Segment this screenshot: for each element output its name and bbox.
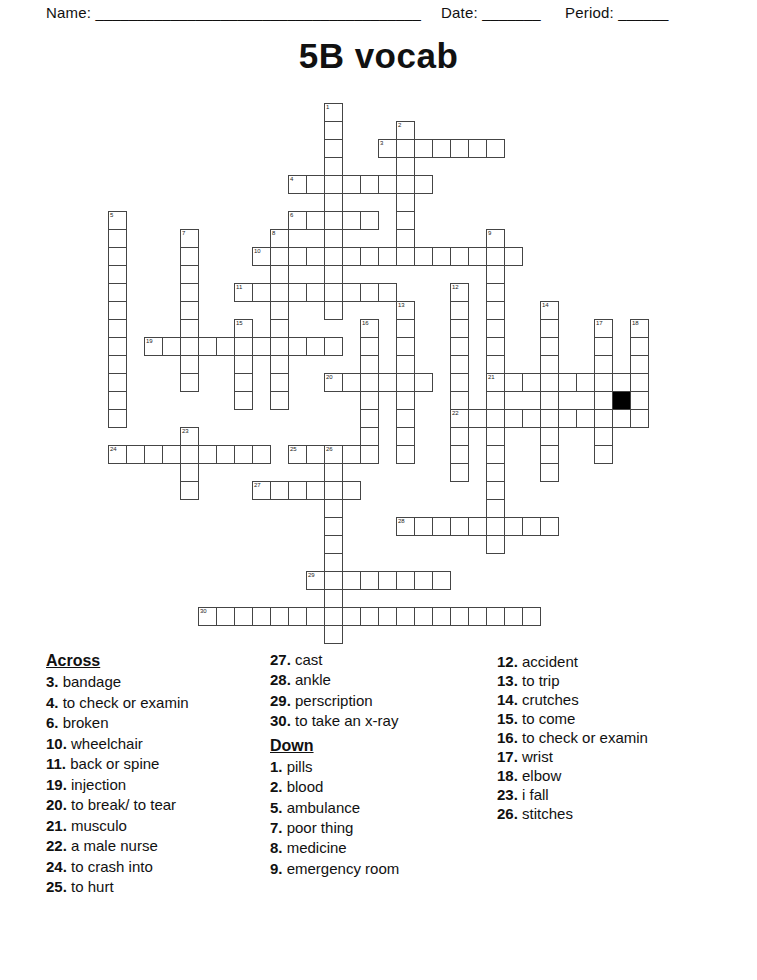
cell-r12c29[interactable]: 18: [630, 319, 649, 338]
cell-r19c3[interactable]: [162, 445, 181, 464]
cell-r15c0[interactable]: [108, 373, 127, 392]
cell-r28c13[interactable]: [342, 607, 361, 626]
cell-r11c0[interactable]: [108, 301, 127, 320]
cell-r17c16[interactable]: [396, 409, 415, 428]
cell-number-7: 7: [182, 230, 185, 237]
cell-r14c27[interactable]: [594, 355, 613, 374]
cell-r29c12[interactable]: [324, 625, 343, 644]
cell-r15c29[interactable]: [630, 373, 649, 392]
cell-r13c24[interactable]: [540, 337, 559, 356]
cell-r13c8[interactable]: [252, 337, 271, 356]
cell-r28c15[interactable]: [378, 607, 397, 626]
cell-r16c19[interactable]: [450, 391, 469, 410]
cell-r10c21[interactable]: [486, 283, 505, 302]
cell-r17c22[interactable]: [504, 409, 523, 428]
cell-r28c11[interactable]: [306, 607, 325, 626]
cell-r15c12[interactable]: 20: [324, 373, 343, 392]
cell-r23c22[interactable]: [504, 517, 523, 536]
cell-r19c11[interactable]: [306, 445, 325, 464]
cell-r15c24[interactable]: [540, 373, 559, 392]
cell-r28c17[interactable]: [414, 607, 433, 626]
cell-r2c16[interactable]: [396, 139, 415, 158]
cell-r19c13[interactable]: [342, 445, 361, 464]
cell-r23c20[interactable]: [468, 517, 487, 536]
cell-r28c5[interactable]: 30: [198, 607, 217, 626]
cell-r8c9[interactable]: [270, 247, 289, 266]
cell-r19c12[interactable]: 26: [324, 445, 343, 464]
cell-r23c16[interactable]: 28: [396, 517, 415, 536]
cell-r4c15[interactable]: [378, 175, 397, 194]
cell-r21c9[interactable]: [270, 481, 289, 500]
cell-number-18: 18: [632, 320, 639, 327]
cell-number-19: 19: [146, 338, 153, 345]
cell-number-22: 22: [452, 410, 459, 417]
cell-r13c27[interactable]: [594, 337, 613, 356]
cell-r8c12[interactable]: [324, 247, 343, 266]
cell-r2c20[interactable]: [468, 139, 487, 158]
cell-r6c14[interactable]: [360, 211, 379, 230]
cell-r8c0[interactable]: [108, 247, 127, 266]
cell-r3c16[interactable]: [396, 157, 415, 176]
cell-r10c15[interactable]: [378, 283, 397, 302]
cell-r12c7[interactable]: 15: [234, 319, 253, 338]
cell-r7c9[interactable]: 8: [270, 229, 289, 248]
cell-r10c14[interactable]: [360, 283, 379, 302]
cell-r7c12[interactable]: [324, 229, 343, 248]
down-clue-text-26: stitches: [518, 805, 573, 822]
cell-r19c5[interactable]: [198, 445, 217, 464]
cell-r13c7[interactable]: [234, 337, 253, 356]
down-clue-2: 2. blood: [270, 777, 494, 797]
cell-r2c18[interactable]: [432, 139, 451, 158]
cell-r26c13[interactable]: [342, 571, 361, 590]
cell-r16c21[interactable]: [486, 391, 505, 410]
cell-r15c17[interactable]: [414, 373, 433, 392]
cell-r8c18[interactable]: [432, 247, 451, 266]
cell-number-30: 30: [200, 608, 207, 615]
across-clue-22: 22. a male nurse: [46, 836, 268, 857]
cell-r19c10[interactable]: 25: [288, 445, 307, 464]
cell-r21c8[interactable]: 27: [252, 481, 271, 500]
cell-r4c13[interactable]: [342, 175, 361, 194]
cell-r12c9[interactable]: [270, 319, 289, 338]
down-clue-text-9: emergency room: [283, 860, 400, 877]
cell-r8c22[interactable]: [504, 247, 523, 266]
cell-r28c22[interactable]: [504, 607, 523, 626]
cell-r15c23[interactable]: [522, 373, 541, 392]
cell-r21c21[interactable]: [486, 481, 505, 500]
cell-r23c19[interactable]: [450, 517, 469, 536]
cell-r12c19[interactable]: [450, 319, 469, 338]
cell-r15c26[interactable]: [576, 373, 595, 392]
cell-r17c28[interactable]: [612, 409, 631, 428]
cell-r8c14[interactable]: [360, 247, 379, 266]
cell-r12c21[interactable]: [486, 319, 505, 338]
cell-r4c12[interactable]: [324, 175, 343, 194]
cell-r2c12[interactable]: [324, 139, 343, 158]
cell-r7c16[interactable]: [396, 229, 415, 248]
cell-r18c19[interactable]: [450, 427, 469, 446]
cell-r13c14[interactable]: [360, 337, 379, 356]
cell-r18c21[interactable]: [486, 427, 505, 446]
down-clue-text-5: ambulance: [283, 799, 361, 816]
cell-r17c0[interactable]: [108, 409, 127, 428]
cell-r13c6[interactable]: [216, 337, 235, 356]
cell-r28c14[interactable]: [360, 607, 379, 626]
cell-r8c16[interactable]: [396, 247, 415, 266]
across-clue-text-19: injection: [67, 776, 126, 793]
cell-r17c19[interactable]: 22: [450, 409, 469, 428]
cell-r7c0[interactable]: [108, 229, 127, 248]
cell-number-13: 13: [398, 302, 405, 309]
cell-r13c0[interactable]: [108, 337, 127, 356]
cell-r11c21[interactable]: [486, 301, 505, 320]
cell-r28c18[interactable]: [432, 607, 451, 626]
puzzle-title: 5B vocab: [0, 36, 757, 76]
cell-r9c12[interactable]: [324, 265, 343, 284]
cell-r28c6[interactable]: [216, 607, 235, 626]
cell-r16c9[interactable]: [270, 391, 289, 410]
down-clue-number-26: 26.: [497, 805, 518, 822]
cell-r1c16[interactable]: 2: [396, 121, 415, 140]
cell-r15c16[interactable]: [396, 373, 415, 392]
date-field: Date: _______: [441, 4, 541, 21]
cell-r12c16[interactable]: [396, 319, 415, 338]
cell-r19c21[interactable]: [486, 445, 505, 464]
cell-r6c13[interactable]: [342, 211, 361, 230]
cell-number-4: 4: [290, 176, 293, 183]
cell-r12c24[interactable]: [540, 319, 559, 338]
cell-number-29: 29: [308, 572, 315, 579]
down-clue-text-8: medicine: [283, 839, 347, 856]
cell-r13c3[interactable]: [162, 337, 181, 356]
cell-r17c26[interactable]: [576, 409, 595, 428]
across-clue-number-4: 4.: [46, 694, 59, 711]
cell-r26c15[interactable]: [378, 571, 397, 590]
cell-r13c21[interactable]: [486, 337, 505, 356]
cell-number-14: 14: [542, 302, 549, 309]
cell-r5c12[interactable]: [324, 193, 343, 212]
cell-r10c11[interactable]: [306, 283, 325, 302]
cell-r6c11[interactable]: [306, 211, 325, 230]
cell-r28c9[interactable]: [270, 607, 289, 626]
cell-r6c10[interactable]: 6: [288, 211, 307, 230]
cell-r27c12[interactable]: [324, 589, 343, 608]
across-clue-4: 4. to check or examin: [46, 693, 268, 714]
cell-r16c14[interactable]: [360, 391, 379, 410]
cell-r1c12[interactable]: [324, 121, 343, 140]
cell-r19c27[interactable]: [594, 445, 613, 464]
cell-r16c27[interactable]: [594, 391, 613, 410]
cell-r11c4[interactable]: [180, 301, 199, 320]
cell-r15c19[interactable]: [450, 373, 469, 392]
cell-r23c18[interactable]: [432, 517, 451, 536]
cell-r28c23[interactable]: [522, 607, 541, 626]
date-label: Date:: [441, 4, 478, 21]
cell-r19c0[interactable]: 24: [108, 445, 127, 464]
down-clue-number-2: 2.: [270, 778, 283, 795]
cell-r21c13[interactable]: [342, 481, 361, 500]
cell-r26c11[interactable]: 29: [306, 571, 325, 590]
cell-r26c12[interactable]: [324, 571, 343, 590]
cell-r8c13[interactable]: [342, 247, 361, 266]
cell-r2c19[interactable]: [450, 139, 469, 158]
cell-r6c0[interactable]: 5: [108, 211, 127, 230]
cell-r25c12[interactable]: [324, 553, 343, 572]
cell-r23c24[interactable]: [540, 517, 559, 536]
cell-r11c9[interactable]: [270, 301, 289, 320]
cell-r18c14[interactable]: [360, 427, 379, 446]
cell-number-28: 28: [398, 518, 405, 525]
cell-r15c14[interactable]: [360, 373, 379, 392]
cell-r14c0[interactable]: [108, 355, 127, 374]
cell-r12c0[interactable]: [108, 319, 127, 338]
across-clue-text-4: to check or examin: [59, 694, 189, 711]
cell-r16c7[interactable]: [234, 391, 253, 410]
cell-r4c11[interactable]: [306, 175, 325, 194]
down-clue-number-13: 13.: [497, 672, 518, 689]
cell-r22c21[interactable]: [486, 499, 505, 518]
cell-r28c8[interactable]: [252, 607, 271, 626]
cell-r15c27[interactable]: [594, 373, 613, 392]
cell-r19c4[interactable]: [180, 445, 199, 464]
across-heading: Across: [46, 650, 268, 672]
cell-r18c16[interactable]: [396, 427, 415, 446]
cell-r10c10[interactable]: [288, 283, 307, 302]
cell-r17c25[interactable]: [558, 409, 577, 428]
cell-number-2: 2: [398, 122, 401, 129]
cell-number-6: 6: [290, 212, 293, 219]
cell-r8c8[interactable]: 10: [252, 247, 271, 266]
across-clue-number-11: 11.: [46, 755, 66, 772]
cell-r4c17[interactable]: [414, 175, 433, 194]
cell-r14c14[interactable]: [360, 355, 379, 374]
cell-r16c0[interactable]: [108, 391, 127, 410]
cell-r6c16[interactable]: [396, 211, 415, 230]
down-clue-number-8: 8.: [270, 839, 283, 856]
cell-r24c12[interactable]: [324, 535, 343, 554]
cell-r4c14[interactable]: [360, 175, 379, 194]
cell-r10c19[interactable]: 12: [450, 283, 469, 302]
cell-r8c10[interactable]: [288, 247, 307, 266]
cell-r28c12[interactable]: [324, 607, 343, 626]
cell-r15c25[interactable]: [558, 373, 577, 392]
cell-r28c10[interactable]: [288, 607, 307, 626]
cell-r10c7[interactable]: 11: [234, 283, 253, 302]
cell-r2c17[interactable]: [414, 139, 433, 158]
cell-r3c12[interactable]: [324, 157, 343, 176]
cell-r17c20[interactable]: [468, 409, 487, 428]
cell-r19c16[interactable]: [396, 445, 415, 464]
cell-r17c27[interactable]: [594, 409, 613, 428]
down-heading: Down: [270, 735, 494, 757]
cell-r13c19[interactable]: [450, 337, 469, 356]
cell-r12c14[interactable]: 16: [360, 319, 379, 338]
cell-r13c10[interactable]: [288, 337, 307, 356]
cell-r10c12[interactable]: [324, 283, 343, 302]
cell-r8c17[interactable]: [414, 247, 433, 266]
cell-r15c7[interactable]: [234, 373, 253, 392]
cell-r17c23[interactable]: [522, 409, 541, 428]
down-clue-text-17: wrist: [518, 748, 553, 765]
black-cell-r16c28: [612, 391, 631, 410]
across-clue-30: 30. to take an x-ray: [270, 711, 494, 731]
down-clue-9: 9. emergency room: [270, 859, 494, 879]
cell-r13c2[interactable]: 19: [144, 337, 163, 356]
cell-r20c19[interactable]: [450, 463, 469, 482]
cell-r17c24[interactable]: [540, 409, 559, 428]
cell-r2c21[interactable]: [486, 139, 505, 158]
cell-r12c4[interactable]: [180, 319, 199, 338]
cell-r14c7[interactable]: [234, 355, 253, 374]
across-clue-number-27: 27.: [270, 651, 291, 668]
down-clue-number-18: 18.: [497, 767, 518, 784]
cell-r19c1[interactable]: [126, 445, 145, 464]
cell-r15c15[interactable]: [378, 373, 397, 392]
cell-r15c4[interactable]: [180, 373, 199, 392]
cell-r28c7[interactable]: [234, 607, 253, 626]
cell-r26c17[interactable]: [414, 571, 433, 590]
cell-r11c16[interactable]: 13: [396, 301, 415, 320]
cell-r18c27[interactable]: [594, 427, 613, 446]
across-clue-27: 27. cast: [270, 650, 494, 670]
cell-number-25: 25: [290, 446, 297, 453]
cell-r19c8[interactable]: [252, 445, 271, 464]
across-clue-text-22: a male nurse: [67, 837, 158, 854]
cell-r28c21[interactable]: [486, 607, 505, 626]
cell-r15c22[interactable]: [504, 373, 523, 392]
cell-r19c19[interactable]: [450, 445, 469, 464]
cell-r13c5[interactable]: [198, 337, 217, 356]
cell-r13c12[interactable]: [324, 337, 343, 356]
name-field: Name: __________________________________…: [46, 4, 421, 21]
cell-r17c21[interactable]: [486, 409, 505, 428]
cell-r10c9[interactable]: [270, 283, 289, 302]
cell-r4c10[interactable]: 4: [288, 175, 307, 194]
cell-r28c19[interactable]: [450, 607, 469, 626]
cell-r19c24[interactable]: [540, 445, 559, 464]
cell-r20c24[interactable]: [540, 463, 559, 482]
cell-r19c2[interactable]: [144, 445, 163, 464]
cell-r12c27[interactable]: 17: [594, 319, 613, 338]
cell-r26c14[interactable]: [360, 571, 379, 590]
cell-r21c12[interactable]: [324, 481, 343, 500]
cell-r9c21[interactable]: [486, 265, 505, 284]
cell-r7c21[interactable]: 9: [486, 229, 505, 248]
cell-r17c14[interactable]: [360, 409, 379, 428]
cell-r20c12[interactable]: [324, 463, 343, 482]
cell-r9c0[interactable]: [108, 265, 127, 284]
cell-r24c21[interactable]: [486, 535, 505, 554]
cell-r17c29[interactable]: [630, 409, 649, 428]
cell-r15c21[interactable]: 21: [486, 373, 505, 392]
cell-r8c11[interactable]: [306, 247, 325, 266]
cell-r14c29[interactable]: [630, 355, 649, 374]
cell-r5c16[interactable]: [396, 193, 415, 212]
down-clue-text-15: to come: [518, 710, 576, 727]
cell-r13c29[interactable]: [630, 337, 649, 356]
cell-r18c4[interactable]: 23: [180, 427, 199, 446]
cell-r8c21[interactable]: [486, 247, 505, 266]
cell-r8c19[interactable]: [450, 247, 469, 266]
cell-r23c21[interactable]: [486, 517, 505, 536]
cell-r21c11[interactable]: [306, 481, 325, 500]
cell-r10c0[interactable]: [108, 283, 127, 302]
cell-r8c20[interactable]: [468, 247, 487, 266]
cell-r10c8[interactable]: [252, 283, 271, 302]
cell-r15c9[interactable]: [270, 373, 289, 392]
cell-r23c12[interactable]: [324, 517, 343, 536]
cell-r14c21[interactable]: [486, 355, 505, 374]
cell-r19c14[interactable]: [360, 445, 379, 464]
across-clue-number-20: 20.: [46, 796, 67, 813]
cell-r9c9[interactable]: [270, 265, 289, 284]
cell-r4c16[interactable]: [396, 175, 415, 194]
cell-r11c19[interactable]: [450, 301, 469, 320]
cell-r10c13[interactable]: [342, 283, 361, 302]
across-clue-text-27: cast: [291, 651, 323, 668]
clue-column-left: Across3. bandage4. to check or examin6. …: [46, 650, 268, 898]
cell-r20c4[interactable]: [180, 463, 199, 482]
cell-r8c4[interactable]: [180, 247, 199, 266]
cell-r13c4[interactable]: [180, 337, 199, 356]
cell-r9c4[interactable]: [180, 265, 199, 284]
cell-r21c4[interactable]: [180, 481, 199, 500]
cell-r16c16[interactable]: [396, 391, 415, 410]
cell-r23c23[interactable]: [522, 517, 541, 536]
cell-r14c24[interactable]: [540, 355, 559, 374]
cell-r7c4[interactable]: 7: [180, 229, 199, 248]
cell-r10c4[interactable]: [180, 283, 199, 302]
cell-r28c20[interactable]: [468, 607, 487, 626]
cell-r14c16[interactable]: [396, 355, 415, 374]
cell-r15c28[interactable]: [612, 373, 631, 392]
down-clue-18: 18. elbow: [497, 766, 732, 785]
cell-r26c18[interactable]: [432, 571, 451, 590]
cell-r20c21[interactable]: [486, 463, 505, 482]
cell-r26c16[interactable]: [396, 571, 415, 590]
cell-r14c9[interactable]: [270, 355, 289, 374]
cell-r16c24[interactable]: [540, 391, 559, 410]
cell-r16c29[interactable]: [630, 391, 649, 410]
cell-r11c12[interactable]: [324, 301, 343, 320]
across-clue-number-6: 6.: [46, 714, 59, 731]
cell-r2c15[interactable]: 3: [378, 139, 397, 158]
cell-number-8: 8: [272, 230, 275, 237]
cell-r23c17[interactable]: [414, 517, 433, 536]
cell-r22c12[interactable]: [324, 499, 343, 518]
across-clue-number-25: 25.: [46, 878, 67, 895]
cell-r18c24[interactable]: [540, 427, 559, 446]
cell-r13c9[interactable]: [270, 337, 289, 356]
across-clue-11: 11. back or spine: [46, 754, 268, 775]
cell-r14c19[interactable]: [450, 355, 469, 374]
cell-r19c7[interactable]: [234, 445, 253, 464]
cell-r11c24[interactable]: 14: [540, 301, 559, 320]
cell-r14c4[interactable]: [180, 355, 199, 374]
cell-r8c15[interactable]: [378, 247, 397, 266]
cell-r19c6[interactable]: [216, 445, 235, 464]
cell-r28c16[interactable]: [396, 607, 415, 626]
cell-r13c16[interactable]: [396, 337, 415, 356]
across-clue-number-3: 3.: [46, 673, 59, 690]
cell-r21c10[interactable]: [288, 481, 307, 500]
cell-r0c12[interactable]: 1: [324, 103, 343, 122]
cell-r13c11[interactable]: [306, 337, 325, 356]
period-blank: ______: [618, 4, 668, 21]
cell-r6c12[interactable]: [324, 211, 343, 230]
cell-r15c13[interactable]: [342, 373, 361, 392]
